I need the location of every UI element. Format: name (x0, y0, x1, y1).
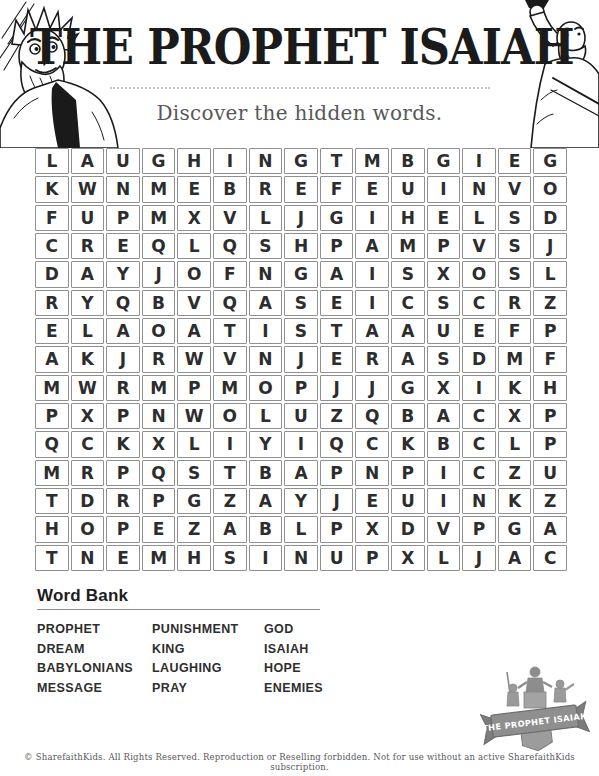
grid-cell-r10-c12[interactable]: A (427, 403, 461, 429)
grid-cell-r12-c6[interactable]: T (213, 460, 247, 486)
word-bank-item-laughing: LAUGHING (152, 659, 264, 679)
grid-cell-r13-c2[interactable]: D (71, 488, 105, 514)
grid-cell-r10-c11[interactable]: B (391, 403, 425, 429)
word-bank: PROPHETDREAMBABYLONIANSMESSAGE PUNISHMEN… (37, 620, 376, 698)
grid-cell-r11-c2[interactable]: C (71, 431, 105, 457)
grid-cell-r2-c7[interactable]: R (249, 176, 283, 202)
grid-cell-r9-c15[interactable]: H (533, 375, 567, 401)
grid-cell-r1-c9[interactable]: T (320, 148, 354, 174)
grid-cell-r11-c15[interactable]: P (533, 431, 567, 457)
grid-cell-r3-c7[interactable]: L (249, 205, 283, 231)
grid-cell-r1-c10[interactable]: M (355, 148, 389, 174)
grid-cell-r11-c14[interactable]: L (498, 431, 532, 457)
grid-cell-r2-c14[interactable]: V (498, 176, 532, 202)
grid-cell-r5-c7[interactable]: N (249, 261, 283, 287)
podium (524, 692, 546, 708)
grid-cell-r4-c4[interactable]: Q (142, 233, 176, 259)
grid-cell-r15-c10[interactable]: P (355, 545, 389, 571)
grid-cell-r7-c11[interactable]: A (391, 318, 425, 344)
grid-cell-r9-c9[interactable]: J (320, 375, 354, 401)
grid-cell-r4-c13[interactable]: V (462, 233, 496, 259)
grid-cell-r6-c4[interactable]: B (142, 290, 176, 316)
grid-cell-r1-c15[interactable]: G (533, 148, 567, 174)
grid-cell-r8-c13[interactable]: D (462, 346, 496, 372)
grid-cell-r15-c8[interactable]: N (284, 545, 318, 571)
word-bank-column-3: GODISAIAHHOPEENEMIES (264, 620, 376, 698)
grid-cell-r3-c14[interactable]: S (498, 205, 532, 231)
grid-cell-r8-c4[interactable]: R (142, 346, 176, 372)
grid-cell-r1-c11[interactable]: B (391, 148, 425, 174)
grid-cell-r15-c7[interactable]: I (249, 545, 283, 571)
grid-cell-r10-c3[interactable]: P (106, 403, 140, 429)
grid-cell-r5-c2[interactable]: A (71, 261, 105, 287)
grid-cell-r15-c11[interactable]: X (391, 545, 425, 571)
word-bank-item-pray: PRAY (152, 679, 264, 699)
grid-cell-r3-c10[interactable]: I (355, 205, 389, 231)
grid-cell-r13-c6[interactable]: Z (213, 488, 247, 514)
grid-cell-r1-c6[interactable]: I (213, 148, 247, 174)
grid-cell-r3-c3[interactable]: P (106, 205, 140, 231)
grid-cell-r2-c6[interactable]: B (213, 176, 247, 202)
grid-cell-r2-c15[interactable]: O (533, 176, 567, 202)
grid-cell-r6-c6[interactable]: Q (213, 290, 247, 316)
grid-cell-r10-c5[interactable]: W (177, 403, 211, 429)
grid-cell-r8-c1[interactable]: A (35, 346, 69, 372)
grid-cell-r12-c15[interactable]: U (533, 460, 567, 486)
grid-cell-r8-c11[interactable]: A (391, 346, 425, 372)
grid-cell-r14-c11[interactable]: D (391, 516, 425, 542)
grid-cell-r3-c15[interactable]: D (533, 205, 567, 231)
grid-cell-r9-c13[interactable]: I (462, 375, 496, 401)
grid-cell-r13-c12[interactable]: I (427, 488, 461, 514)
grid-cell-r10-c10[interactable]: Q (355, 403, 389, 429)
grid-cell-r12-c8[interactable]: A (284, 460, 318, 486)
grid-cell-r2-c2[interactable]: W (71, 176, 105, 202)
grid-cell-r3-c12[interactable]: E (427, 205, 461, 231)
copyright-footer: © SharefaithKids. All Rights Reserved. R… (0, 752, 599, 772)
grid-cell-r1-c3[interactable]: U (106, 148, 140, 174)
grid-cell-r14-c2[interactable]: O (71, 516, 105, 542)
grid-cell-r10-c4[interactable]: N (142, 403, 176, 429)
worksheet-page: THE PROPHET ISAIAH Discover the hidden w… (0, 0, 599, 776)
grid-cell-r10-c7[interactable]: L (249, 403, 283, 429)
grid-cell-r13-c13[interactable]: N (462, 488, 496, 514)
grid-cell-r13-c1[interactable]: T (35, 488, 69, 514)
grid-cell-r14-c10[interactable]: X (355, 516, 389, 542)
grid-cell-r1-c13[interactable]: I (462, 148, 496, 174)
grid-cell-r14-c13[interactable]: P (462, 516, 496, 542)
grid-cell-r14-c9[interactable]: P (320, 516, 354, 542)
grid-cell-r4-c15[interactable]: J (533, 233, 567, 259)
grid-cell-r6-c1[interactable]: R (35, 290, 69, 316)
grid-cell-r12-c12[interactable]: I (427, 460, 461, 486)
grid-cell-r3-c1[interactable]: F (35, 205, 69, 231)
grid-cell-r10-c1[interactable]: P (35, 403, 69, 429)
grid-cell-r6-c9[interactable]: E (320, 290, 354, 316)
grid-cell-r14-c7[interactable]: B (249, 516, 283, 542)
grid-cell-r8-c2[interactable]: K (71, 346, 105, 372)
grid-cell-r9-c11[interactable]: G (391, 375, 425, 401)
grid-cell-r7-c3[interactable]: A (106, 318, 140, 344)
grid-cell-r2-c5[interactable]: E (177, 176, 211, 202)
grid-cell-r15-c13[interactable]: J (462, 545, 496, 571)
grid-cell-r5-c11[interactable]: S (391, 261, 425, 287)
grid-cell-r12-c13[interactable]: C (462, 460, 496, 486)
word-bank-item-king: KING (152, 640, 264, 660)
grid-cell-r15-c6[interactable]: S (213, 545, 247, 571)
grid-cell-r5-c13[interactable]: O (462, 261, 496, 287)
word-bank-column-1: PROPHETDREAMBABYLONIANSMESSAGE (37, 620, 152, 698)
grid-cell-r7-c9[interactable]: T (320, 318, 354, 344)
word-bank-item-punishment: PUNISHMENT (152, 620, 264, 640)
word-bank-item-prophet: PROPHET (37, 620, 152, 640)
grid-cell-r8-c6[interactable]: V (213, 346, 247, 372)
grid-cell-r8-c3[interactable]: J (106, 346, 140, 372)
grid-cell-r1-c5[interactable]: H (177, 148, 211, 174)
grid-cell-r15-c2[interactable]: N (71, 545, 105, 571)
grid-cell-r6-c2[interactable]: Y (71, 290, 105, 316)
grid-cell-r11-c4[interactable]: X (142, 431, 176, 457)
grid-cell-r3-c5[interactable]: X (177, 205, 211, 231)
grid-cell-r2-c4[interactable]: M (142, 176, 176, 202)
grid-cell-r10-c6[interactable]: O (213, 403, 247, 429)
grid-cell-r1-c1[interactable]: L (35, 148, 69, 174)
word-bank-column-2: PUNISHMENTKINGLAUGHINGPRAY (152, 620, 264, 698)
grid-cell-r4-c14[interactable]: S (498, 233, 532, 259)
grid-cell-r12-c4[interactable]: Q (142, 460, 176, 486)
grid-cell-r4-c2[interactable]: R (71, 233, 105, 259)
grid-cell-r2-c3[interactable]: N (106, 176, 140, 202)
grid-cell-r2-c12[interactable]: I (427, 176, 461, 202)
grid-cell-r6-c14[interactable]: R (498, 290, 532, 316)
grid-cell-r10-c15[interactable]: P (533, 403, 567, 429)
grid-cell-r13-c10[interactable]: E (355, 488, 389, 514)
grid-cell-r11-c11[interactable]: K (391, 431, 425, 457)
grid-cell-r4-c1[interactable]: C (35, 233, 69, 259)
grid-cell-r7-c1[interactable]: E (35, 318, 69, 344)
grid-cell-r4-c6[interactable]: Q (213, 233, 247, 259)
grid-cell-r4-c3[interactable]: E (106, 233, 140, 259)
word-bank-item-babylonians: BABYLONIANS (37, 659, 152, 679)
grid-cell-r12-c14[interactable]: Z (498, 460, 532, 486)
grid-cell-r9-c4[interactable]: M (142, 375, 176, 401)
badge-ribbon: THE PROPHET ISAIAH (480, 702, 590, 752)
grid-cell-r5-c9[interactable]: A (320, 261, 354, 287)
grid-cell-r2-c8[interactable]: E (284, 176, 318, 202)
grid-cell-r10-c13[interactable]: C (462, 403, 496, 429)
grid-cell-r11-c6[interactable]: I (213, 431, 247, 457)
grid-cell-r8-c8[interactable]: J (284, 346, 318, 372)
grid-cell-r12-c9[interactable]: P (320, 460, 354, 486)
grid-cell-r11-c13[interactable]: C (462, 431, 496, 457)
word-bank-item-enemies: ENEMIES (264, 679, 376, 699)
grid-cell-r1-c2[interactable]: A (71, 148, 105, 174)
grid-cell-r2-c9[interactable]: F (320, 176, 354, 202)
grid-cell-r6-c12[interactable]: S (427, 290, 461, 316)
grid-cell-r11-c7[interactable]: Y (249, 431, 283, 457)
grid-cell-r7-c5[interactable]: A (177, 318, 211, 344)
grid-cell-r1-c14[interactable]: E (498, 148, 532, 174)
grid-cell-r5-c1[interactable]: D (35, 261, 69, 287)
grid-cell-r7-c10[interactable]: A (355, 318, 389, 344)
page-title: THE PROPHET ISAIAH (30, 21, 569, 74)
grid-cell-r5-c5[interactable]: O (177, 261, 211, 287)
grid-cell-r8-c10[interactable]: R (355, 346, 389, 372)
grid-cell-r8-c14[interactable]: M (498, 346, 532, 372)
grid-cell-r10-c9[interactable]: Z (320, 403, 354, 429)
grid-cell-r9-c12[interactable]: X (427, 375, 461, 401)
grid-cell-r4-c7[interactable]: S (249, 233, 283, 259)
grid-cell-r15-c9[interactable]: U (320, 545, 354, 571)
word-bank-item-isaiah: ISAIAH (264, 640, 376, 660)
grid-cell-r9-c10[interactable]: J (355, 375, 389, 401)
grid-cell-r3-c2[interactable]: U (71, 205, 105, 231)
grid-cell-r2-c10[interactable]: E (355, 176, 389, 202)
grid-cell-r4-c9[interactable]: P (320, 233, 354, 259)
grid-cell-r7-c2[interactable]: L (71, 318, 105, 344)
grid-cell-r6-c11[interactable]: C (391, 290, 425, 316)
grid-cell-r3-c8[interactable]: J (284, 205, 318, 231)
grid-cell-r10-c8[interactable]: U (284, 403, 318, 429)
word-bank-divider (37, 609, 320, 610)
grid-cell-r5-c4[interactable]: J (142, 261, 176, 287)
grid-cell-r3-c11[interactable]: H (391, 205, 425, 231)
grid-cell-r8-c7[interactable]: N (249, 346, 283, 372)
grid-cell-r13-c7[interactable]: A (249, 488, 283, 514)
brand-badge: THE PROPHET ISAIAH (480, 662, 590, 752)
grid-cell-r12-c7[interactable]: B (249, 460, 283, 486)
grid-cell-r3-c9[interactable]: G (320, 205, 354, 231)
grid-cell-r7-c4[interactable]: O (142, 318, 176, 344)
grid-cell-r9-c7[interactable]: O (249, 375, 283, 401)
grid-cell-r2-c1[interactable]: K (35, 176, 69, 202)
grid-cell-r13-c8[interactable]: Y (284, 488, 318, 514)
grid-cell-r3-c6[interactable]: V (213, 205, 247, 231)
grid-cell-r6-c10[interactable]: I (355, 290, 389, 316)
grid-cell-r6-c15[interactable]: Z (533, 290, 567, 316)
grid-cell-r7-c8[interactable]: S (284, 318, 318, 344)
grid-cell-r4-c11[interactable]: M (391, 233, 425, 259)
grid-cell-r7-c15[interactable]: P (533, 318, 567, 344)
grid-cell-r11-c3[interactable]: K (106, 431, 140, 457)
grid-cell-r5-c10[interactable]: I (355, 261, 389, 287)
grid-cell-r15-c3[interactable]: E (106, 545, 140, 571)
grid-cell-r14-c6[interactable]: A (213, 516, 247, 542)
grid-cell-r2-c11[interactable]: U (391, 176, 425, 202)
word-grid: LAUGHINGTMBGIEGKWNMEBREFEUINVOFUPMXVLJGI… (35, 148, 567, 571)
grid-cell-r14-c4[interactable]: E (142, 516, 176, 542)
word-bank-item-dream: DREAM (37, 640, 152, 660)
grid-cell-r9-c5[interactable]: P (177, 375, 211, 401)
grid-cell-r1-c7[interactable]: N (249, 148, 283, 174)
grid-cell-r13-c3[interactable]: R (106, 488, 140, 514)
grid-cell-r7-c13[interactable]: E (462, 318, 496, 344)
grid-cell-r15-c14[interactable]: A (498, 545, 532, 571)
grid-cell-r12-c2[interactable]: R (71, 460, 105, 486)
dotted-divider (110, 87, 490, 89)
grid-cell-r12-c1[interactable]: M (35, 460, 69, 486)
grid-cell-r8-c5[interactable]: W (177, 346, 211, 372)
grid-cell-r9-c8[interactable]: P (284, 375, 318, 401)
word-bank-item-hope: HOPE (264, 659, 376, 679)
word-bank-title: Word Bank (37, 586, 128, 606)
badge-figures (507, 667, 574, 708)
grid-cell-r6-c13[interactable]: C (462, 290, 496, 316)
subtitle: Discover the hidden words. (0, 101, 599, 125)
grid-cell-r13-c14[interactable]: K (498, 488, 532, 514)
grid-cell-r13-c15[interactable]: Z (533, 488, 567, 514)
grid-cell-r13-c11[interactable]: U (391, 488, 425, 514)
grid-cell-r14-c14[interactable]: G (498, 516, 532, 542)
grid-cell-r9-c2[interactable]: W (71, 375, 105, 401)
grid-cell-r12-c5[interactable]: S (177, 460, 211, 486)
grid-cell-r14-c1[interactable]: H (35, 516, 69, 542)
grid-cell-r14-c8[interactable]: L (284, 516, 318, 542)
grid-cell-r3-c4[interactable]: M (142, 205, 176, 231)
grid-cell-r11-c8[interactable]: I (284, 431, 318, 457)
grid-cell-r8-c9[interactable]: E (320, 346, 354, 372)
grid-cell-r6-c3[interactable]: Q (106, 290, 140, 316)
grid-cell-r7-c14[interactable]: F (498, 318, 532, 344)
grid-cell-r11-c5[interactable]: L (177, 431, 211, 457)
grid-cell-r7-c12[interactable]: U (427, 318, 461, 344)
grid-cell-r11-c12[interactable]: B (427, 431, 461, 457)
grid-cell-r15-c15[interactable]: C (533, 545, 567, 571)
grid-cell-r15-c12[interactable]: L (427, 545, 461, 571)
grid-cell-r12-c3[interactable]: P (106, 460, 140, 486)
grid-cell-r14-c5[interactable]: Z (177, 516, 211, 542)
grid-cell-r6-c7[interactable]: A (249, 290, 283, 316)
grid-cell-r10-c2[interactable]: X (71, 403, 105, 429)
grid-cell-r11-c1[interactable]: Q (35, 431, 69, 457)
grid-cell-r9-c1[interactable]: M (35, 375, 69, 401)
grid-cell-r9-c6[interactable]: M (213, 375, 247, 401)
grid-cell-r4-c5[interactable]: L (177, 233, 211, 259)
grid-cell-r12-c11[interactable]: P (391, 460, 425, 486)
grid-cell-r5-c3[interactable]: Y (106, 261, 140, 287)
grid-cell-r1-c8[interactable]: G (284, 148, 318, 174)
grid-cell-r10-c14[interactable]: X (498, 403, 532, 429)
grid-cell-r5-c6[interactable]: F (213, 261, 247, 287)
grid-cell-r15-c4[interactable]: M (142, 545, 176, 571)
grid-cell-r6-c8[interactable]: S (284, 290, 318, 316)
word-bank-item-god: GOD (264, 620, 376, 640)
grid-cell-r3-c13[interactable]: L (462, 205, 496, 231)
grid-cell-r15-c5[interactable]: H (177, 545, 211, 571)
grid-cell-r13-c4[interactable]: P (142, 488, 176, 514)
grid-cell-r5-c12[interactable]: X (427, 261, 461, 287)
grid-cell-r2-c13[interactable]: N (462, 176, 496, 202)
grid-cell-r14-c15[interactable]: A (533, 516, 567, 542)
grid-cell-r12-c10[interactable]: N (355, 460, 389, 486)
grid-cell-r9-c3[interactable]: R (106, 375, 140, 401)
grid-cell-r13-c9[interactable]: J (320, 488, 354, 514)
grid-cell-r11-c9[interactable]: Q (320, 431, 354, 457)
grid-cell-r4-c12[interactable]: P (427, 233, 461, 259)
grid-cell-r5-c8[interactable]: G (284, 261, 318, 287)
grid-cell-r14-c3[interactable]: P (106, 516, 140, 542)
grid-cell-r4-c8[interactable]: H (284, 233, 318, 259)
grid-cell-r14-c12[interactable]: V (427, 516, 461, 542)
grid-cell-r7-c6[interactable]: T (213, 318, 247, 344)
grid-cell-r8-c12[interactable]: S (427, 346, 461, 372)
grid-cell-r8-c15[interactable]: F (533, 346, 567, 372)
grid-cell-r9-c14[interactable]: K (498, 375, 532, 401)
grid-cell-r5-c15[interactable]: L (533, 261, 567, 287)
word-bank-item-message: MESSAGE (37, 679, 152, 699)
grid-cell-r11-c10[interactable]: C (355, 431, 389, 457)
grid-cell-r5-c14[interactable]: S (498, 261, 532, 287)
grid-cell-r6-c5[interactable]: V (177, 290, 211, 316)
grid-cell-r7-c7[interactable]: I (249, 318, 283, 344)
grid-cell-r1-c12[interactable]: G (427, 148, 461, 174)
grid-cell-r13-c5[interactable]: G (177, 488, 211, 514)
grid-cell-r4-c10[interactable]: A (355, 233, 389, 259)
grid-cell-r15-c1[interactable]: T (35, 545, 69, 571)
grid-cell-r1-c4[interactable]: G (142, 148, 176, 174)
